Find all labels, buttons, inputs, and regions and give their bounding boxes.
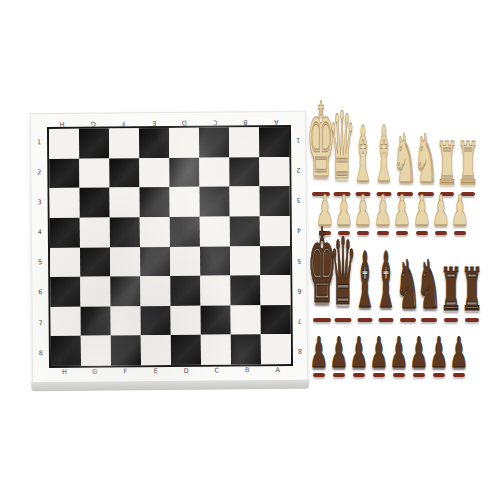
board-square-d2 [169, 157, 199, 187]
rank-labels-left-label: 5 [35, 248, 45, 278]
pawn-glyph: ♟ [354, 190, 373, 232]
bishop-glyph: ♝ [375, 242, 398, 319]
file-labels-bottom-label: C [202, 367, 233, 377]
board-square-e8 [141, 335, 171, 365]
board-square-e1 [139, 128, 169, 158]
dark-pawn: ♟ [410, 345, 429, 377]
dark-bishop: ♝ [376, 262, 397, 322]
pawn-glyph: ♟ [370, 332, 389, 374]
file-labels-top-label: D [169, 116, 200, 126]
board-square-g1 [79, 129, 109, 159]
board-square-b3 [229, 186, 259, 216]
file-labels-top-label: G [77, 117, 108, 127]
felt-base [413, 373, 425, 377]
felt-base [313, 318, 331, 322]
felt-base [393, 373, 405, 377]
felt-base [373, 373, 385, 377]
board-square-d1 [169, 128, 199, 158]
dark-pawn: ♟ [390, 345, 409, 377]
file-labels-top-label: F [108, 116, 139, 126]
light-pawn: ♟ [393, 203, 412, 235]
light-major-row: ♚♛♝♝♞♞♜♜ [310, 118, 478, 196]
rook-glyph: ♜ [440, 260, 462, 319]
dark-pawn: ♟ [349, 345, 368, 377]
dark-major-row: ♚♛♝♝♞♞♜♜ [311, 244, 483, 322]
dark-queen: ♛ [333, 251, 354, 322]
board-square-h8 [51, 336, 81, 366]
rank-labels-left-label: 2 [34, 157, 44, 187]
product-photo: HGFEDCBA 12345678 12345678 HGFEDCBA ♚♛♝♝… [0, 0, 500, 500]
rank-labels-right-label: 3 [293, 185, 303, 215]
rank-labels-right-label: 5 [294, 245, 304, 275]
board-square-e6 [140, 276, 170, 306]
board-square-d3 [169, 187, 199, 217]
board-square-g4 [80, 217, 110, 247]
file-labels-bottom-label: G [80, 369, 111, 379]
rank-labels-right-label: 4 [294, 215, 304, 245]
board-square-c3 [199, 187, 229, 217]
file-labels-top-label: C [199, 115, 230, 125]
board-square-d8 [171, 335, 201, 365]
board-square-g6 [80, 277, 110, 307]
rank-labels-left-label: 3 [34, 187, 44, 217]
felt-base [396, 231, 408, 235]
file-labels-top-label: H [47, 117, 78, 127]
felt-base [379, 318, 394, 322]
board-square-c6 [200, 276, 230, 306]
board-square-c4 [200, 216, 230, 246]
board-square-a1 [259, 127, 289, 157]
board-square-b8 [231, 335, 261, 365]
rook-glyph: ♜ [435, 134, 457, 193]
board-square-h6 [50, 277, 80, 307]
light-pawn: ♟ [451, 203, 470, 235]
pawn-glyph: ♟ [390, 332, 409, 374]
file-labels-bottom-label: B [232, 367, 263, 377]
dark-knight: ♞ [397, 270, 418, 322]
board-square-g8 [81, 336, 111, 366]
file-labels-bottom-label: H [49, 369, 80, 379]
board-square-h2 [49, 158, 79, 188]
felt-base [335, 318, 352, 322]
board-square-h1 [49, 129, 79, 159]
board-square-e7 [141, 306, 171, 336]
board-square-e2 [139, 158, 169, 188]
board-square-b1 [229, 127, 259, 157]
board-square-a8 [261, 334, 291, 364]
felt-base [416, 231, 428, 235]
felt-base [435, 231, 447, 235]
board-square-d7 [171, 305, 201, 335]
board-square-a6 [260, 275, 290, 305]
felt-base [453, 373, 465, 377]
board-square-a2 [259, 157, 289, 187]
board-square-f7 [111, 306, 141, 336]
rank-labels-left-label: 1 [34, 127, 44, 157]
pawn-glyph: ♟ [349, 332, 368, 374]
felt-base [313, 373, 325, 377]
board-square-g3 [79, 188, 109, 218]
board-square-g2 [79, 158, 109, 188]
dark-rook: ♜ [440, 276, 461, 322]
knight-glyph: ♞ [417, 252, 442, 319]
board-square-c7 [201, 305, 231, 335]
rank-labels-right-label: 1 [293, 125, 303, 155]
felt-base [444, 318, 458, 322]
rank-labels-right-label: 7 [295, 306, 305, 336]
pawn-glyph: ♟ [412, 190, 431, 232]
board-square-b7 [231, 305, 261, 335]
board-square-c1 [199, 127, 229, 157]
board-square-b4 [230, 216, 260, 246]
board-square-g5 [80, 247, 110, 277]
rank-labels-right: 12345678 [293, 125, 305, 366]
board-square-b6 [230, 275, 260, 305]
board-square-f1 [109, 128, 139, 158]
board-square-f4 [110, 217, 140, 247]
dark-pawn: ♟ [430, 345, 449, 377]
bishop-glyph: ♝ [351, 116, 374, 193]
light-pawn: ♟ [412, 203, 431, 235]
chessboard-mat: HGFEDCBA 12345678 12345678 HGFEDCBA [30, 111, 308, 383]
file-labels-top-label: B [230, 115, 261, 125]
board-square-f5 [110, 247, 140, 277]
felt-base [357, 318, 372, 322]
board-square-d4 [170, 217, 200, 247]
chessboard-grid [47, 125, 293, 368]
board-square-e5 [140, 246, 170, 276]
knight-glyph: ♞ [413, 126, 438, 193]
board-square-c8 [201, 335, 231, 365]
board-square-e4 [140, 217, 170, 247]
file-labels-bottom-label: E [141, 368, 172, 378]
queen-glyph: ♛ [330, 227, 357, 320]
board-square-f6 [110, 276, 140, 306]
board-square-b2 [229, 157, 259, 187]
rank-labels-left-label: 6 [35, 278, 45, 308]
rank-labels-left-label: 4 [35, 217, 45, 247]
board-square-c2 [199, 157, 229, 187]
board-square-f3 [109, 188, 139, 218]
board-square-g7 [81, 306, 111, 336]
board-square-h7 [51, 307, 81, 337]
file-labels-bottom-label: D [171, 368, 202, 378]
board-square-a4 [260, 216, 290, 246]
felt-base [353, 373, 365, 377]
light-pawn: ♟ [354, 203, 373, 235]
pawn-glyph: ♟ [430, 332, 449, 374]
board-square-h4 [50, 218, 80, 248]
file-labels-bottom: HGFEDCBA [49, 367, 293, 379]
rank-labels-right-label: 2 [293, 155, 303, 185]
rank-labels-right-label: 6 [294, 275, 304, 305]
file-labels-bottom-label: F [110, 368, 141, 378]
pawn-glyph: ♟ [329, 332, 348, 374]
pawn-glyph: ♟ [432, 190, 451, 232]
felt-base [400, 318, 416, 322]
pawn-glyph: ♟ [309, 332, 328, 374]
file-labels-top: HGFEDCBA [47, 115, 291, 127]
felt-base [465, 318, 479, 322]
board-square-e3 [139, 187, 169, 217]
file-labels-bottom-label: A [263, 367, 294, 377]
dark-pawn: ♟ [450, 345, 469, 377]
rook-glyph: ♜ [461, 260, 483, 319]
pawn-glyph: ♟ [410, 332, 429, 374]
felt-base [333, 373, 345, 377]
rank-labels-left-label: 8 [36, 338, 46, 368]
dark-pawn-row: ♟♟♟♟♟♟♟♟ [309, 345, 469, 377]
pawn-glyph: ♟ [451, 190, 470, 232]
dark-pawn: ♟ [329, 345, 348, 377]
bishop-glyph: ♝ [353, 242, 376, 319]
dark-rook: ♜ [462, 276, 483, 322]
board-square-a5 [260, 245, 290, 275]
board-square-f2 [109, 158, 139, 188]
dark-bishop: ♝ [354, 262, 375, 322]
dark-pawn: ♟ [309, 345, 328, 377]
light-pawn: ♟ [373, 203, 392, 235]
light-pawn: ♟ [432, 203, 451, 235]
file-labels-top-label: E [138, 116, 169, 126]
bishop-glyph: ♝ [372, 116, 395, 193]
dark-pawn: ♟ [369, 345, 388, 377]
felt-base [454, 231, 466, 235]
board-square-b5 [230, 246, 260, 276]
board-square-f8 [111, 336, 141, 366]
board-square-d6 [170, 276, 200, 306]
board-square-d5 [170, 246, 200, 276]
rank-labels-left-label: 7 [36, 308, 46, 338]
board-square-a3 [259, 186, 289, 216]
pawn-glyph: ♟ [393, 190, 412, 232]
rook-glyph: ♜ [456, 134, 478, 193]
rank-labels-left: 12345678 [34, 127, 46, 368]
rank-labels-right-label: 8 [295, 336, 305, 366]
pawn-glyph: ♟ [450, 332, 469, 374]
felt-base [421, 318, 437, 322]
pawn-glyph: ♟ [373, 190, 392, 232]
board-square-h3 [49, 188, 79, 218]
board-square-c5 [200, 246, 230, 276]
board-square-h5 [50, 247, 80, 277]
file-labels-top-label: A [260, 115, 291, 125]
board-square-a7 [261, 305, 291, 335]
felt-base [433, 373, 445, 377]
dark-knight: ♞ [419, 270, 440, 322]
